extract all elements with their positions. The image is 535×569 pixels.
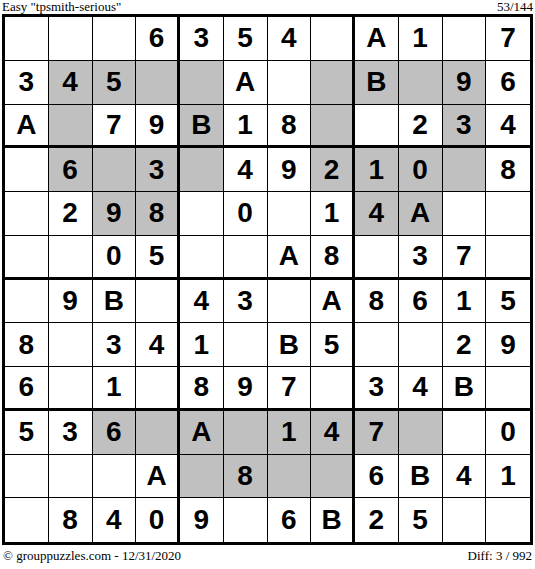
cell-r3c7: 8 bbox=[268, 105, 312, 149]
cell-r6c2[interactable] bbox=[49, 236, 93, 280]
header: Easy "tpsmith-serious" 53/144 bbox=[2, 0, 533, 14]
cell-r3c3: 7 bbox=[93, 105, 137, 149]
cell-r1c2[interactable] bbox=[49, 17, 93, 61]
cell-r11c7[interactable] bbox=[268, 455, 312, 499]
cell-r8c4: 4 bbox=[136, 323, 180, 367]
cell-r6c9[interactable] bbox=[355, 236, 399, 280]
cell-r1c8[interactable] bbox=[311, 17, 355, 61]
cell-r6c10: 3 bbox=[399, 236, 443, 280]
cell-r7c9: 8 bbox=[355, 280, 399, 324]
cell-r7c10: 6 bbox=[399, 280, 443, 324]
cell-r8c5: 1 bbox=[180, 323, 224, 367]
cell-r10c6[interactable] bbox=[224, 411, 268, 455]
cell-r10c9: 7 bbox=[355, 411, 399, 455]
cell-r6c7: A bbox=[268, 236, 312, 280]
cell-r4c11[interactable] bbox=[443, 148, 487, 192]
cell-r11c4: A bbox=[136, 455, 180, 499]
cell-r5c7[interactable] bbox=[268, 192, 312, 236]
cell-r2c10[interactable] bbox=[399, 61, 443, 105]
cell-r3c12: 4 bbox=[486, 105, 530, 149]
cell-r5c8: 1 bbox=[311, 192, 355, 236]
cell-r10c3: 6 bbox=[93, 411, 137, 455]
cell-r9c11: B bbox=[443, 367, 487, 411]
cell-r2c6: A bbox=[224, 61, 268, 105]
footer: © grouppuzzles.com - 12/31/2020 Diff: 3 … bbox=[3, 549, 532, 563]
cell-r4c8: 2 bbox=[311, 148, 355, 192]
cell-r8c6[interactable] bbox=[224, 323, 268, 367]
cell-r7c12: 5 bbox=[486, 280, 530, 324]
cell-r3c9[interactable] bbox=[355, 105, 399, 149]
cell-r12c11[interactable] bbox=[443, 498, 487, 542]
cell-r5c6: 0 bbox=[224, 192, 268, 236]
cell-r8c8: 5 bbox=[311, 323, 355, 367]
cell-r6c5[interactable] bbox=[180, 236, 224, 280]
cell-r12c8: B bbox=[311, 498, 355, 542]
cell-r10c1: 5 bbox=[5, 411, 49, 455]
cell-r4c9: 1 bbox=[355, 148, 399, 192]
cell-r4c7: 9 bbox=[268, 148, 312, 192]
cell-r1c11[interactable] bbox=[443, 17, 487, 61]
cell-r5c11[interactable] bbox=[443, 192, 487, 236]
cell-r2c9: B bbox=[355, 61, 399, 105]
cell-r3c2[interactable] bbox=[49, 105, 93, 149]
cell-r11c1[interactable] bbox=[5, 455, 49, 499]
cell-r11c11: 4 bbox=[443, 455, 487, 499]
cell-r7c11: 1 bbox=[443, 280, 487, 324]
cell-r6c1[interactable] bbox=[5, 236, 49, 280]
cell-r9c10: 4 bbox=[399, 367, 443, 411]
cell-r4c3[interactable] bbox=[93, 148, 137, 192]
cell-r6c12[interactable] bbox=[486, 236, 530, 280]
cell-r10c11[interactable] bbox=[443, 411, 487, 455]
cell-r9c9: 3 bbox=[355, 367, 399, 411]
cell-r2c3: 5 bbox=[93, 61, 137, 105]
cell-r10c12: 0 bbox=[486, 411, 530, 455]
cell-r3c10: 2 bbox=[399, 105, 443, 149]
cell-r9c6: 9 bbox=[224, 367, 268, 411]
cell-r12c12[interactable] bbox=[486, 498, 530, 542]
cell-r5c4: 8 bbox=[136, 192, 180, 236]
cell-r4c5[interactable] bbox=[180, 148, 224, 192]
cell-r3c1: A bbox=[5, 105, 49, 149]
cell-r2c4[interactable] bbox=[136, 61, 180, 105]
cell-r8c1: 8 bbox=[5, 323, 49, 367]
cell-r12c9: 2 bbox=[355, 498, 399, 542]
cell-r8c2[interactable] bbox=[49, 323, 93, 367]
cell-r9c8[interactable] bbox=[311, 367, 355, 411]
cell-r10c10[interactable] bbox=[399, 411, 443, 455]
cell-r8c11: 2 bbox=[443, 323, 487, 367]
cell-r7c6: 3 bbox=[224, 280, 268, 324]
cell-r2c7[interactable] bbox=[268, 61, 312, 105]
cell-r12c2: 8 bbox=[49, 498, 93, 542]
cell-r6c4: 5 bbox=[136, 236, 180, 280]
cell-r5c3: 9 bbox=[93, 192, 137, 236]
copyright-text: © grouppuzzles.com - 12/31/2020 bbox=[3, 549, 181, 563]
cell-r7c3: B bbox=[93, 280, 137, 324]
cell-r1c5: 3 bbox=[180, 17, 224, 61]
cell-r1c10: 1 bbox=[399, 17, 443, 61]
cell-r3c5: B bbox=[180, 105, 224, 149]
puzzle-title: Easy "tpsmith-serious" bbox=[2, 0, 121, 13]
cell-r11c12: 1 bbox=[486, 455, 530, 499]
cell-r6c3: 0 bbox=[93, 236, 137, 280]
cell-r6c11: 7 bbox=[443, 236, 487, 280]
cell-r8c12: 9 bbox=[486, 323, 530, 367]
cell-r5c1[interactable] bbox=[5, 192, 49, 236]
cell-r12c4: 0 bbox=[136, 498, 180, 542]
cell-r4c2: 6 bbox=[49, 148, 93, 192]
cell-r8c3: 3 bbox=[93, 323, 137, 367]
cell-r5c5[interactable] bbox=[180, 192, 224, 236]
cell-r4c12: 8 bbox=[486, 148, 530, 192]
cell-r8c9[interactable] bbox=[355, 323, 399, 367]
cell-r11c2[interactable] bbox=[49, 455, 93, 499]
cell-r9c5: 8 bbox=[180, 367, 224, 411]
cell-r7c8: A bbox=[311, 280, 355, 324]
cell-r5c10: A bbox=[399, 192, 443, 236]
cell-r1c4: 6 bbox=[136, 17, 180, 61]
cell-r9c12[interactable] bbox=[486, 367, 530, 411]
cell-r6c6[interactable] bbox=[224, 236, 268, 280]
cell-r10c8: 4 bbox=[311, 411, 355, 455]
cell-r4c1[interactable] bbox=[5, 148, 49, 192]
cell-r9c7: 7 bbox=[268, 367, 312, 411]
cell-r10c4[interactable] bbox=[136, 411, 180, 455]
cell-r9c4[interactable] bbox=[136, 367, 180, 411]
sudoku-board: 6354A17345AB96A79B1823463492108298014A05… bbox=[2, 14, 533, 545]
cell-r12c1[interactable] bbox=[5, 498, 49, 542]
cell-r8c10[interactable] bbox=[399, 323, 443, 367]
cell-r4c10: 0 bbox=[399, 148, 443, 192]
cell-r11c8[interactable] bbox=[311, 455, 355, 499]
cell-r9c2[interactable] bbox=[49, 367, 93, 411]
cell-r1c9: A bbox=[355, 17, 399, 61]
cell-r3c4: 9 bbox=[136, 105, 180, 149]
cell-r1c3[interactable] bbox=[93, 17, 137, 61]
cell-r5c12[interactable] bbox=[486, 192, 530, 236]
cell-r4c4: 3 bbox=[136, 148, 180, 192]
cell-r12c7: 6 bbox=[268, 498, 312, 542]
cell-r9c1: 6 bbox=[5, 367, 49, 411]
difficulty-text: Diff: 3 / 992 bbox=[468, 549, 532, 563]
cell-r2c5[interactable] bbox=[180, 61, 224, 105]
cell-r3c11: 3 bbox=[443, 105, 487, 149]
cell-r2c11: 9 bbox=[443, 61, 487, 105]
cell-r1c1[interactable] bbox=[5, 17, 49, 61]
cell-r12c3: 4 bbox=[93, 498, 137, 542]
cell-r1c12: 7 bbox=[486, 17, 530, 61]
progress-counter: 53/144 bbox=[497, 0, 533, 13]
cell-r3c6: 1 bbox=[224, 105, 268, 149]
cell-r9c3: 1 bbox=[93, 367, 137, 411]
cell-r11c3[interactable] bbox=[93, 455, 137, 499]
cell-r2c12: 6 bbox=[486, 61, 530, 105]
cell-r5c2: 2 bbox=[49, 192, 93, 236]
cell-r2c2: 4 bbox=[49, 61, 93, 105]
cell-r4c6: 4 bbox=[224, 148, 268, 192]
cell-r12c6[interactable] bbox=[224, 498, 268, 542]
cell-r7c5: 4 bbox=[180, 280, 224, 324]
cell-r10c2: 3 bbox=[49, 411, 93, 455]
cell-r11c6: 8 bbox=[224, 455, 268, 499]
cell-r7c2: 9 bbox=[49, 280, 93, 324]
cell-r1c7: 4 bbox=[268, 17, 312, 61]
cell-r7c4[interactable] bbox=[136, 280, 180, 324]
cell-r12c5: 9 bbox=[180, 498, 224, 542]
cell-r12c10: 5 bbox=[399, 498, 443, 542]
cell-r3c8[interactable] bbox=[311, 105, 355, 149]
cell-r6c8: 8 bbox=[311, 236, 355, 280]
cell-r8c7: B bbox=[268, 323, 312, 367]
cell-r11c10: B bbox=[399, 455, 443, 499]
cell-r11c9: 6 bbox=[355, 455, 399, 499]
cell-r2c8[interactable] bbox=[311, 61, 355, 105]
cell-r10c5: A bbox=[180, 411, 224, 455]
cell-r5c9: 4 bbox=[355, 192, 399, 236]
cell-r1c6: 5 bbox=[224, 17, 268, 61]
cell-r10c7: 1 bbox=[268, 411, 312, 455]
cell-r7c1[interactable] bbox=[5, 280, 49, 324]
cell-r11c5[interactable] bbox=[180, 455, 224, 499]
cell-r2c1: 3 bbox=[5, 61, 49, 105]
cell-r7c7[interactable] bbox=[268, 280, 312, 324]
